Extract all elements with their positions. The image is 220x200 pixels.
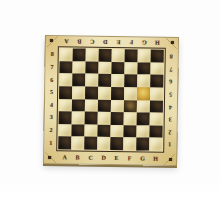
file-label-bottom-f: F — [123, 152, 136, 163]
square-g4 — [137, 100, 150, 113]
square-e7 — [111, 62, 124, 75]
corner-inlay-dot — [50, 39, 53, 42]
square-e8 — [112, 49, 125, 62]
playing-field — [56, 46, 166, 153]
rank-label-right-1: 1 — [164, 138, 175, 151]
square-c1 — [84, 137, 97, 150]
file-label-bottom-d: D — [97, 152, 110, 163]
square-h2 — [149, 125, 162, 138]
square-h1 — [149, 138, 162, 151]
square-f2 — [123, 125, 136, 138]
rank-label-right-7: 7 — [165, 62, 176, 75]
file-label-top-f: F — [125, 37, 138, 47]
file-label-top-b: B — [73, 36, 86, 46]
square-g8 — [138, 49, 151, 62]
square-c6 — [85, 74, 98, 87]
square-b8 — [73, 48, 86, 61]
square-h8 — [151, 50, 164, 63]
square-a5 — [59, 86, 72, 99]
square-g2 — [136, 125, 149, 138]
file-label-top-a: A — [60, 36, 73, 46]
square-b4 — [72, 99, 85, 112]
square-b1 — [71, 137, 84, 150]
square-d1 — [97, 137, 110, 150]
square-b5 — [72, 86, 85, 99]
square-b6 — [72, 74, 85, 87]
rank-label-left-2: 2 — [45, 124, 56, 137]
square-a3 — [59, 111, 72, 124]
file-label-bottom-h: H — [149, 153, 162, 164]
square-g5 — [137, 87, 150, 100]
rank-label-right-2: 2 — [164, 126, 175, 139]
square-h5 — [150, 87, 163, 100]
square-a4 — [59, 99, 72, 112]
square-a2 — [58, 124, 71, 137]
file-label-top-h: H — [151, 38, 164, 48]
square-c7 — [85, 61, 98, 74]
square-f4 — [124, 100, 137, 113]
square-a1 — [58, 137, 71, 150]
square-d6 — [98, 74, 111, 87]
rank-label-left-4: 4 — [46, 98, 57, 111]
rank-label-right-4: 4 — [165, 100, 176, 113]
square-e3 — [111, 112, 124, 125]
file-label-top-c: C — [86, 37, 99, 47]
square-g6 — [137, 75, 150, 88]
corner-inlay-dot — [169, 158, 172, 161]
board-grid — [58, 48, 164, 151]
square-b3 — [72, 112, 85, 125]
square-h7 — [150, 62, 163, 75]
square-a7 — [59, 61, 72, 74]
square-h3 — [150, 113, 163, 126]
square-f3 — [124, 112, 137, 125]
file-label-top-g: G — [138, 37, 151, 47]
file-label-top-d: D — [99, 37, 112, 47]
square-f1 — [123, 138, 136, 151]
square-d3 — [98, 112, 111, 125]
corner-inlay-dot — [171, 41, 174, 44]
square-d2 — [97, 125, 110, 138]
rank-label-right-3: 3 — [165, 113, 176, 126]
square-f6 — [124, 74, 137, 87]
square-c5 — [85, 86, 98, 99]
square-c4 — [85, 99, 98, 112]
rank-labels-right: 87654321 — [164, 50, 177, 151]
square-d5 — [98, 87, 111, 100]
square-c8 — [86, 49, 99, 62]
square-c2 — [84, 124, 97, 137]
square-f7 — [124, 62, 137, 75]
square-d7 — [98, 61, 111, 74]
square-c3 — [85, 112, 98, 125]
square-e6 — [111, 74, 124, 87]
square-e1 — [110, 137, 123, 150]
rank-label-left-5: 5 — [46, 86, 57, 99]
square-b7 — [72, 61, 85, 74]
file-label-bottom-c: C — [84, 152, 97, 163]
square-f5 — [124, 87, 137, 100]
rank-label-left-7: 7 — [46, 61, 57, 74]
file-labels-bottom: ABCDEFGH — [58, 151, 162, 164]
square-b2 — [71, 124, 84, 137]
square-g7 — [137, 62, 150, 75]
rank-label-right-8: 8 — [166, 50, 177, 63]
square-a8 — [60, 48, 73, 61]
square-a6 — [59, 73, 72, 86]
square-d8 — [99, 49, 112, 62]
file-label-top-e: E — [112, 37, 125, 47]
square-h6 — [150, 75, 163, 88]
rank-label-right-5: 5 — [165, 88, 176, 101]
square-e2 — [110, 125, 123, 138]
square-d4 — [98, 99, 111, 112]
square-e5 — [111, 87, 124, 100]
square-f8 — [125, 49, 138, 62]
square-g1 — [136, 138, 149, 151]
rank-label-left-3: 3 — [46, 111, 57, 124]
rank-label-left-6: 6 — [46, 73, 57, 86]
square-e4 — [111, 100, 124, 113]
rank-label-left-1: 1 — [45, 136, 56, 149]
rank-label-right-6: 6 — [165, 75, 176, 88]
file-label-bottom-e: E — [110, 152, 123, 163]
file-label-bottom-a: A — [58, 151, 71, 162]
square-g3 — [137, 113, 150, 126]
rank-label-left-8: 8 — [47, 48, 58, 61]
chess-board: ABCDEFGH ABCDEFGH 87654321 87654321 — [43, 35, 179, 166]
photo-background: ABCDEFGH ABCDEFGH 87654321 87654321 — [0, 0, 220, 200]
corner-inlay-dot — [48, 156, 51, 159]
square-h4 — [150, 100, 163, 113]
file-label-bottom-g: G — [136, 152, 149, 163]
file-label-bottom-b: B — [71, 151, 84, 162]
